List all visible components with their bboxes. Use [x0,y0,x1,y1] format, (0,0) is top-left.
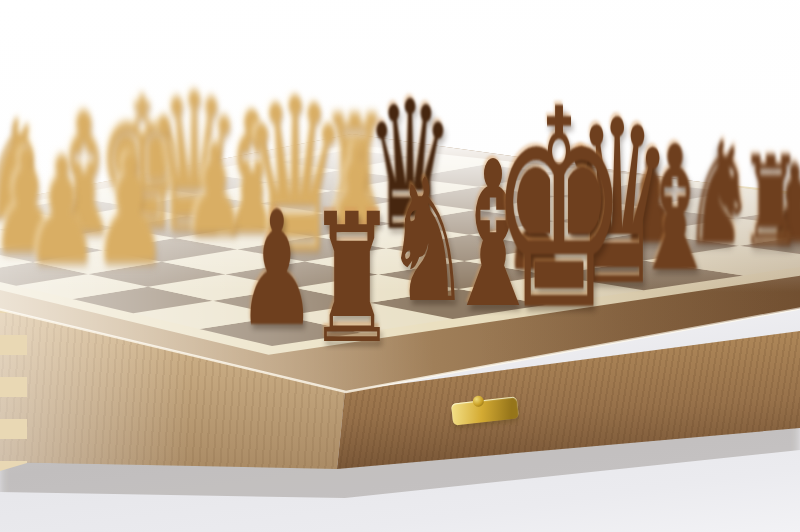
reflection-dark-pawn: ♟ [238,481,317,532]
dark-pawn: ♟ [238,191,317,349]
reflection-dark-bishop: ♝ [443,502,543,532]
dark-rook: ♜ [740,141,800,265]
light-pawn: ♟ [92,134,167,285]
reflection-dark-queen: ♛ [561,504,674,532]
dark-rook: ♜ [308,190,397,368]
chess-set-photo: ♞♟♟♝♟♚♛♟♝♛♜♟♛♟♟♜♜♞♞♝♝♟♚♚♟♛♛♟♝♞♜♟ [0,0,800,532]
reflection-dark-rook: ♜ [308,516,397,532]
dark-king: ♚ [490,74,627,349]
light-pawn: ♟ [25,137,99,285]
pieces-layer: ♞♟♟♝♟♚♛♟♝♛♜♟♛♟♟♜♜♞♞♝♝♟♚♚♟♛♛♟♝♞♜♟ [0,0,800,532]
